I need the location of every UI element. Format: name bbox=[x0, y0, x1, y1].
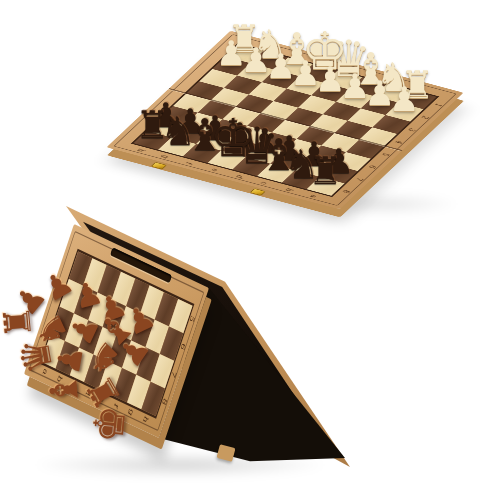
coordinate-label: c bbox=[259, 181, 269, 186]
coordinate-label: e bbox=[98, 394, 105, 403]
product-photo-stage: abcdefgh5678 hgfedcba12345678 ♜♞♝♛♚♝♞♜♟♟… bbox=[0, 0, 500, 494]
folded-board-squares bbox=[39, 249, 194, 419]
open-chess-board: hgfedcba12345678 bbox=[106, 31, 463, 210]
coordinate-label: 5 bbox=[380, 152, 391, 157]
coordinate-label: 6 bbox=[179, 341, 186, 351]
coordinate-label: 7 bbox=[170, 369, 177, 379]
coordinate-label: d bbox=[84, 387, 91, 397]
coordinate-label: h bbox=[141, 414, 148, 424]
coordinate-label: c bbox=[70, 381, 77, 390]
coordinate-label: 8 bbox=[341, 189, 352, 194]
coordinate-label: g bbox=[160, 154, 171, 159]
coordinate-label: g bbox=[127, 408, 134, 418]
coordinate-label: 2 bbox=[419, 115, 430, 120]
brass-latch bbox=[250, 188, 266, 195]
coordinate-label: f bbox=[184, 161, 193, 165]
brass-latch bbox=[151, 162, 167, 169]
coordinate-label: 8 bbox=[161, 396, 168, 406]
coordinate-label: 1 bbox=[433, 102, 444, 107]
coordinate-label: h bbox=[135, 148, 146, 153]
coordinate-label: 5 bbox=[189, 314, 196, 324]
coordinate-label: 3 bbox=[406, 127, 417, 132]
coordinate-label: b bbox=[283, 187, 294, 192]
chess-piece-magnetic-rook: ♜ bbox=[0, 304, 37, 339]
coordinate-label: d bbox=[234, 174, 245, 179]
coordinate-label: b bbox=[56, 374, 63, 384]
coordinate-label: 6 bbox=[367, 164, 378, 169]
coordinate-label: 7 bbox=[354, 177, 365, 182]
coordinate-label: 4 bbox=[393, 140, 404, 145]
coordinate-label: a bbox=[308, 194, 318, 199]
coordinate-label: f bbox=[113, 402, 119, 409]
coordinate-label: a bbox=[41, 367, 48, 376]
coordinate-label: e bbox=[209, 168, 219, 173]
